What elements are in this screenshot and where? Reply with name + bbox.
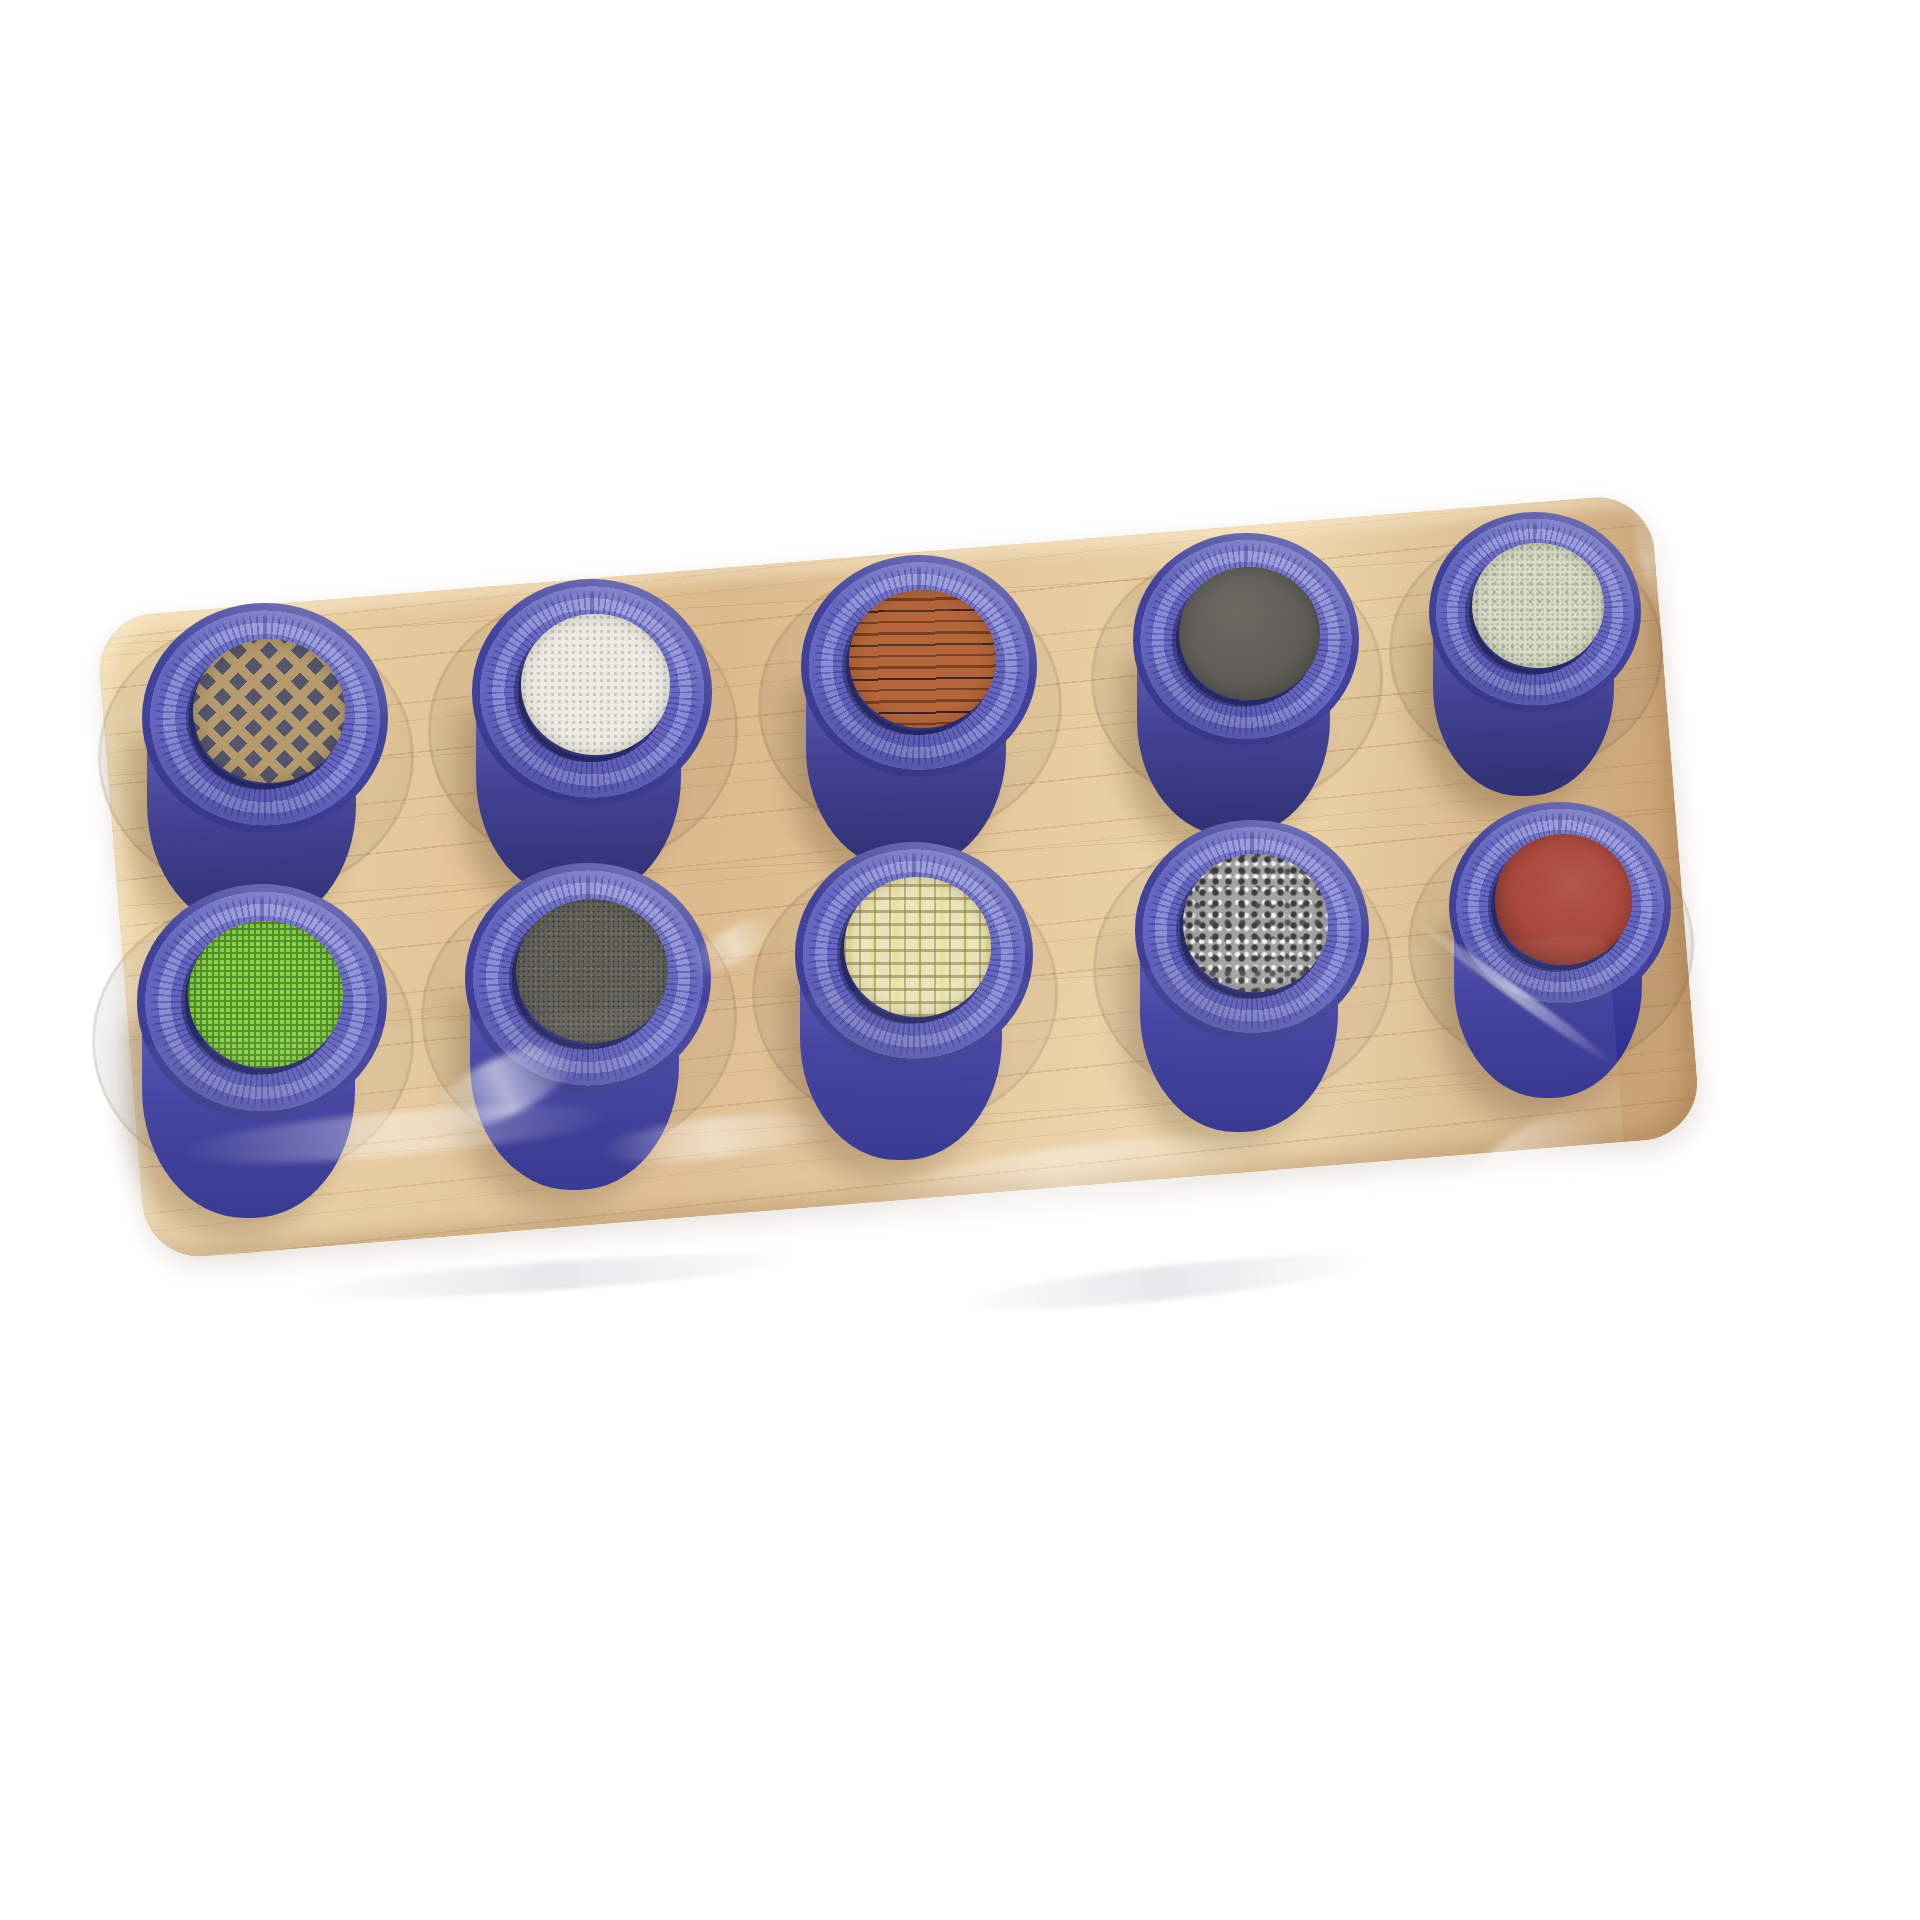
film-sheen <box>112 933 1628 1317</box>
shrink-wrap-film <box>0 0 1920 1920</box>
film-glare <box>1626 499 1678 621</box>
film-glare <box>686 907 783 982</box>
product-scene <box>0 0 1920 1920</box>
